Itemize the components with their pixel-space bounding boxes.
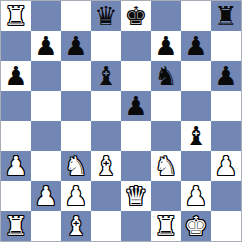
square-d6[interactable]: ♝ bbox=[91, 61, 121, 91]
black-king[interactable]: ♚ bbox=[124, 1, 147, 31]
square-f6[interactable]: ♞ bbox=[151, 61, 181, 91]
square-a2[interactable] bbox=[1, 181, 31, 211]
square-b4[interactable] bbox=[31, 121, 61, 151]
square-c1[interactable]: ♝ bbox=[61, 211, 91, 241]
square-c5[interactable] bbox=[61, 91, 91, 121]
square-b1[interactable] bbox=[31, 211, 61, 241]
square-d7[interactable] bbox=[91, 31, 121, 61]
square-c8[interactable] bbox=[61, 1, 91, 31]
square-h1[interactable] bbox=[211, 211, 241, 241]
square-f7[interactable]: ♟ bbox=[151, 31, 181, 61]
black-pawn[interactable]: ♟ bbox=[64, 31, 87, 61]
white-bishop[interactable]: ♝ bbox=[94, 151, 117, 181]
square-b2[interactable]: ♟ bbox=[31, 181, 61, 211]
square-g8[interactable] bbox=[181, 1, 211, 31]
square-b6[interactable] bbox=[31, 61, 61, 91]
black-pawn[interactable]: ♟ bbox=[4, 61, 27, 91]
square-b5[interactable] bbox=[31, 91, 61, 121]
square-b7[interactable]: ♟ bbox=[31, 31, 61, 61]
square-h3[interactable]: ♟ bbox=[211, 151, 241, 181]
black-pawn[interactable]: ♟ bbox=[154, 31, 177, 61]
square-g5[interactable] bbox=[181, 91, 211, 121]
square-h4[interactable] bbox=[211, 121, 241, 151]
square-g2[interactable]: ♟ bbox=[181, 181, 211, 211]
square-b8[interactable] bbox=[31, 1, 61, 31]
white-rook[interactable]: ♜ bbox=[4, 1, 27, 31]
white-rook[interactable]: ♜ bbox=[4, 211, 27, 241]
square-h7[interactable] bbox=[211, 31, 241, 61]
chess-board-container: ♜♛♚♜♟♟♟♟♟♝♞♟♟♝♟♞♝♞♟♟♟♛♟♜♝♜♚ bbox=[0, 0, 242, 242]
black-pawn[interactable]: ♟ bbox=[214, 61, 237, 91]
square-g7[interactable]: ♟ bbox=[181, 31, 211, 61]
square-c7[interactable]: ♟ bbox=[61, 31, 91, 61]
square-c2[interactable]: ♟ bbox=[61, 181, 91, 211]
square-e8[interactable]: ♚ bbox=[121, 1, 151, 31]
black-pawn[interactable]: ♟ bbox=[124, 91, 147, 121]
square-d1[interactable] bbox=[91, 211, 121, 241]
white-king[interactable]: ♚ bbox=[184, 211, 207, 241]
white-pawn[interactable]: ♟ bbox=[184, 181, 207, 211]
square-c3[interactable]: ♞ bbox=[61, 151, 91, 181]
square-g6[interactable] bbox=[181, 61, 211, 91]
square-a4[interactable] bbox=[1, 121, 31, 151]
white-pawn[interactable]: ♟ bbox=[4, 151, 27, 181]
square-d5[interactable] bbox=[91, 91, 121, 121]
square-f8[interactable] bbox=[151, 1, 181, 31]
square-b3[interactable] bbox=[31, 151, 61, 181]
square-c6[interactable] bbox=[61, 61, 91, 91]
square-f4[interactable] bbox=[151, 121, 181, 151]
square-h6[interactable]: ♟ bbox=[211, 61, 241, 91]
white-knight[interactable]: ♞ bbox=[64, 151, 87, 181]
square-h2[interactable] bbox=[211, 181, 241, 211]
black-pawn[interactable]: ♟ bbox=[184, 31, 207, 61]
square-f3[interactable]: ♞ bbox=[151, 151, 181, 181]
black-bishop[interactable]: ♝ bbox=[184, 121, 207, 151]
square-h5[interactable] bbox=[211, 91, 241, 121]
white-pawn[interactable]: ♟ bbox=[64, 181, 87, 211]
black-knight[interactable]: ♞ bbox=[154, 61, 177, 91]
black-pawn[interactable]: ♟ bbox=[34, 31, 57, 61]
square-e4[interactable] bbox=[121, 121, 151, 151]
square-d3[interactable]: ♝ bbox=[91, 151, 121, 181]
square-g1[interactable]: ♚ bbox=[181, 211, 211, 241]
square-e2[interactable]: ♛ bbox=[121, 181, 151, 211]
square-f1[interactable]: ♜ bbox=[151, 211, 181, 241]
square-e7[interactable] bbox=[121, 31, 151, 61]
square-h8[interactable]: ♜ bbox=[211, 1, 241, 31]
square-a8[interactable]: ♜ bbox=[1, 1, 31, 31]
square-e6[interactable] bbox=[121, 61, 151, 91]
square-c4[interactable] bbox=[61, 121, 91, 151]
chess-board: ♜♛♚♜♟♟♟♟♟♝♞♟♟♝♟♞♝♞♟♟♟♛♟♜♝♜♚ bbox=[0, 0, 242, 242]
square-g4[interactable]: ♝ bbox=[181, 121, 211, 151]
white-pawn[interactable]: ♟ bbox=[34, 181, 57, 211]
square-a3[interactable]: ♟ bbox=[1, 151, 31, 181]
black-rook[interactable]: ♜ bbox=[214, 1, 237, 31]
square-d8[interactable]: ♛ bbox=[91, 1, 121, 31]
black-bishop[interactable]: ♝ bbox=[94, 61, 117, 91]
white-rook[interactable]: ♜ bbox=[154, 211, 177, 241]
square-d4[interactable] bbox=[91, 121, 121, 151]
white-pawn[interactable]: ♟ bbox=[214, 151, 237, 181]
white-knight[interactable]: ♞ bbox=[154, 151, 177, 181]
square-e1[interactable] bbox=[121, 211, 151, 241]
square-f5[interactable] bbox=[151, 91, 181, 121]
black-queen[interactable]: ♛ bbox=[94, 1, 117, 31]
white-bishop[interactable]: ♝ bbox=[64, 211, 87, 241]
square-f2[interactable] bbox=[151, 181, 181, 211]
square-d2[interactable] bbox=[91, 181, 121, 211]
square-a7[interactable] bbox=[1, 31, 31, 61]
square-a6[interactable]: ♟ bbox=[1, 61, 31, 91]
square-a1[interactable]: ♜ bbox=[1, 211, 31, 241]
square-a5[interactable] bbox=[1, 91, 31, 121]
square-e3[interactable] bbox=[121, 151, 151, 181]
square-g3[interactable] bbox=[181, 151, 211, 181]
white-queen[interactable]: ♛ bbox=[124, 181, 147, 211]
square-e5[interactable]: ♟ bbox=[121, 91, 151, 121]
